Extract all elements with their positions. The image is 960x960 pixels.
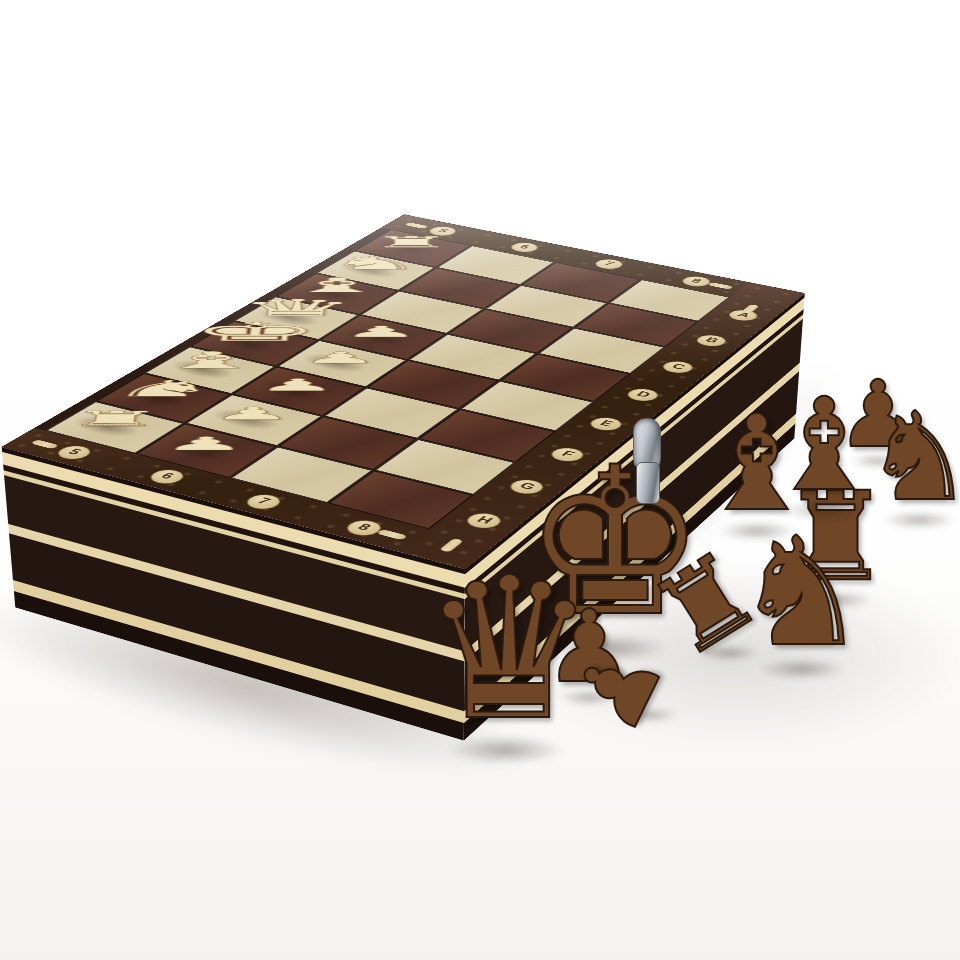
- clasp-plate-icon: [636, 462, 660, 504]
- black-knight-right[interactable]: ♞: [834, 400, 960, 516]
- box-clasp[interactable]: [627, 418, 669, 504]
- off-board-pieces: ♜♝♟♞♝♚♟♛♜♟♞: [0, 0, 960, 960]
- product-photo-stage: 5678 5678 ABCDEFGH ♜♞♝♛♚♝♞♜♟♟♟♟♟ ♜♝♟♞♝♚♟…: [0, 0, 960, 960]
- black-knight-front[interactable]: ♞: [716, 521, 886, 664]
